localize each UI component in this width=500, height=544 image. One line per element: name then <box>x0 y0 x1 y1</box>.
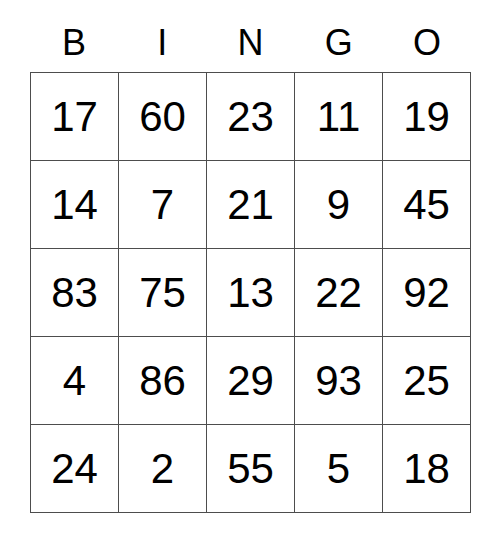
bingo-cell-r1c3[interactable]: 23 <box>207 73 294 160</box>
bingo-cell-r4c4[interactable]: 93 <box>295 337 382 424</box>
bingo-cell-r5c3[interactable]: 55 <box>207 425 294 512</box>
bingo-cell-r4c5[interactable]: 25 <box>383 337 470 424</box>
bingo-cell-r1c5[interactable]: 19 <box>383 73 470 160</box>
bingo-cell-r1c4[interactable]: 11 <box>295 73 382 160</box>
bingo-cell-r2c5[interactable]: 45 <box>383 161 470 248</box>
header-letter-o: O <box>383 0 471 72</box>
bingo-cell-r4c2[interactable]: 86 <box>119 337 206 424</box>
bingo-cell-r2c2[interactable]: 7 <box>119 161 206 248</box>
bingo-board: 17 60 23 11 19 14 7 21 9 45 83 75 13 22 … <box>30 72 471 513</box>
bingo-cell-r4c3[interactable]: 29 <box>207 337 294 424</box>
header-letter-n: N <box>206 0 294 72</box>
bingo-cell-r3c1[interactable]: 83 <box>31 249 118 336</box>
bingo-cell-r3c5[interactable]: 92 <box>383 249 470 336</box>
bingo-cell-r5c4[interactable]: 5 <box>295 425 382 512</box>
bingo-cell-r5c5[interactable]: 18 <box>383 425 470 512</box>
header-letter-b: B <box>30 0 118 72</box>
bingo-cell-r2c3[interactable]: 21 <box>207 161 294 248</box>
bingo-cell-r1c2[interactable]: 60 <box>119 73 206 160</box>
bingo-cell-r4c1[interactable]: 4 <box>31 337 118 424</box>
bingo-cell-r2c1[interactable]: 14 <box>31 161 118 248</box>
header-letter-i: I <box>118 0 206 72</box>
header-letter-g: G <box>295 0 383 72</box>
bingo-cell-r3c4[interactable]: 22 <box>295 249 382 336</box>
bingo-cell-r5c1[interactable]: 24 <box>31 425 118 512</box>
bingo-cell-r5c2[interactable]: 2 <box>119 425 206 512</box>
bingo-cell-r2c4[interactable]: 9 <box>295 161 382 248</box>
bingo-cell-r3c3[interactable]: 13 <box>207 249 294 336</box>
bingo-card: B I N G O 17 60 23 11 19 14 7 21 9 45 83… <box>0 0 500 544</box>
bingo-header: B I N G O <box>30 0 471 72</box>
bingo-cell-r1c1[interactable]: 17 <box>31 73 118 160</box>
bingo-cell-r3c2[interactable]: 75 <box>119 249 206 336</box>
